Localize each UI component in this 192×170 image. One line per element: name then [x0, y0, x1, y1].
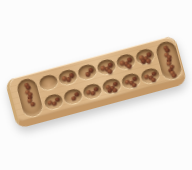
seed: [141, 59, 147, 64]
seed: [107, 69, 113, 74]
seed: [131, 82, 137, 87]
pit-bottom-3[interactable]: [82, 82, 103, 100]
pit-top-1[interactable]: [38, 73, 59, 91]
mancala-board-wrap: [5, 35, 188, 129]
mancala-board: [5, 35, 188, 129]
seed: [30, 101, 36, 106]
pit-top-5[interactable]: [115, 53, 136, 71]
seed: [54, 97, 60, 102]
seed: [93, 87, 99, 92]
seed: [88, 68, 94, 73]
photo-background: [0, 0, 192, 170]
seed: [126, 64, 132, 69]
seed: [69, 73, 75, 78]
pit-bottom-1[interactable]: [43, 92, 64, 110]
pit-top-2[interactable]: [57, 68, 78, 86]
seed: [132, 76, 138, 81]
pit-top-3[interactable]: [77, 63, 98, 81]
seed: [107, 63, 113, 68]
seed: [151, 77, 157, 82]
seed: [146, 52, 152, 57]
seed: [127, 57, 133, 62]
seed: [112, 81, 118, 86]
pit-bottom-2[interactable]: [62, 87, 83, 105]
pit-bottom-4[interactable]: [101, 77, 122, 95]
seed: [146, 58, 152, 63]
seed: [74, 92, 80, 97]
pit-top-4[interactable]: [96, 58, 117, 76]
seed: [171, 73, 177, 78]
seed: [151, 71, 157, 76]
pit-top-6[interactable]: [135, 48, 156, 66]
pit-bottom-6[interactable]: [140, 66, 161, 84]
seed: [107, 88, 113, 93]
seed: [112, 88, 118, 93]
pit-bottom-5[interactable]: [120, 72, 141, 90]
